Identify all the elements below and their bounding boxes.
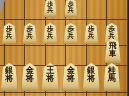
piece-pawn[interactable]: 歩兵 (84, 23, 98, 44)
piece-kanji: 将 (87, 75, 95, 83)
board-cell: 歩兵 (87, 20, 108, 46)
board-cell (87, 46, 108, 66)
board-cell (46, 93, 67, 96)
piece-pawn[interactable]: 歩兵 (23, 23, 37, 44)
piece-pawn[interactable]: 歩兵 (2, 23, 16, 44)
piece-gold-general[interactable]: 金将 (21, 63, 38, 91)
piece-kanji: 馬 (108, 75, 116, 83)
board-cell: 歩兵 (66, 0, 87, 20)
board-cell (66, 46, 87, 66)
board-cell (25, 46, 46, 66)
board-cell (46, 46, 67, 66)
piece-kanji: 兵 (47, 7, 53, 13)
piece-rook[interactable]: 飛車 (105, 39, 121, 64)
board-cell (87, 93, 108, 96)
board-cell (128, 0, 129, 20)
board-cell: 飛車 (107, 46, 128, 66)
board-cell (128, 93, 129, 96)
piece-kanji: 兵 (68, 32, 75, 39)
piece-kanji: 兵 (68, 7, 74, 13)
board-cell: 歩兵 (46, 0, 67, 20)
piece-pawn[interactable]: 歩兵 (64, 0, 77, 17)
piece-kanji: 兵 (109, 32, 116, 39)
piece-pawn[interactable]: 歩兵 (64, 23, 78, 44)
piece-pawn[interactable]: 歩兵 (43, 23, 57, 44)
piece-kanji: 兵 (88, 32, 95, 39)
board-cell (25, 0, 46, 20)
board-cell: 歩兵 (66, 20, 87, 46)
piece-kanji: 将 (46, 75, 54, 83)
piece-knight[interactable]: 桂馬 (103, 63, 120, 91)
board-cell (5, 93, 26, 96)
piece-kanji: 将 (5, 75, 13, 83)
piece-silver-general[interactable]: 銀将 (1, 63, 18, 91)
board-cell (5, 46, 26, 66)
piece-kanji: 兵 (6, 32, 13, 39)
piece-silver-general[interactable]: 銀将 (83, 63, 100, 91)
board-cell (128, 66, 129, 93)
board-cell: 歩兵 (25, 20, 46, 46)
piece-kanji: 将 (67, 75, 75, 83)
piece-kanji: 車 (109, 49, 117, 57)
board-cell (107, 0, 128, 20)
board-cell: 歩兵 (46, 20, 67, 46)
board-cell (128, 46, 129, 66)
board-cell (128, 20, 129, 46)
piece-kanji: 将 (26, 75, 34, 83)
shogi-board: 歩兵歩兵歩兵歩兵歩兵歩兵歩兵歩兵飛車銀将金将王将金将銀将桂馬 (0, 0, 128, 96)
piece-pawn[interactable]: 歩兵 (44, 0, 57, 17)
board-cell (107, 93, 128, 96)
board-cell: 歩兵 (5, 20, 26, 46)
piece-gold-general[interactable]: 金将 (62, 63, 79, 91)
board-cell (25, 93, 46, 96)
piece-kanji: 兵 (47, 32, 54, 39)
shogi-board-photo: 歩兵歩兵歩兵歩兵歩兵歩兵歩兵歩兵飛車銀将金将王将金将銀将桂馬 (0, 0, 128, 96)
piece-king[interactable]: 王将 (42, 63, 59, 91)
board-cell: 桂馬 (107, 66, 128, 93)
board-cell (66, 93, 87, 96)
board-cell (87, 0, 108, 20)
board-cell (5, 0, 26, 20)
piece-kanji: 兵 (27, 32, 34, 39)
